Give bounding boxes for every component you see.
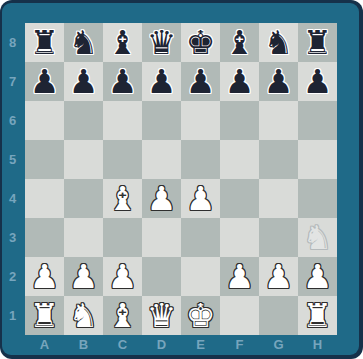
square-c2[interactable]: ♟: [103, 257, 142, 296]
piece-white-bishop[interactable]: ♝: [108, 296, 138, 335]
rank-labels: 87654321: [0, 23, 25, 335]
square-b8[interactable]: ♞: [64, 23, 103, 62]
square-a8[interactable]: ♜: [25, 23, 64, 62]
piece-black-queen[interactable]: ♛: [147, 23, 177, 62]
piece-black-pawn[interactable]: ♟: [186, 62, 216, 101]
piece-black-pawn[interactable]: ♟: [147, 62, 177, 101]
piece-black-bishop[interactable]: ♝: [225, 23, 255, 62]
piece-white-pawn[interactable]: ♟: [147, 179, 177, 218]
square-f5[interactable]: [220, 140, 259, 179]
square-h4[interactable]: [298, 179, 337, 218]
square-a7[interactable]: ♟: [25, 62, 64, 101]
square-h8[interactable]: ♜: [298, 23, 337, 62]
square-d6[interactable]: [142, 101, 181, 140]
square-d1[interactable]: ♛: [142, 296, 181, 335]
square-b4[interactable]: [64, 179, 103, 218]
piece-white-knight-ghost[interactable]: ♞: [303, 218, 333, 257]
square-b2[interactable]: ♟: [64, 257, 103, 296]
square-g1[interactable]: [259, 296, 298, 335]
square-a4[interactable]: [25, 179, 64, 218]
piece-white-pawn[interactable]: ♟: [30, 257, 60, 296]
rank-label-6: 6: [0, 101, 25, 140]
piece-white-rook[interactable]: ♜: [303, 296, 333, 335]
piece-black-knight[interactable]: ♞: [264, 23, 294, 62]
piece-black-pawn[interactable]: ♟: [69, 62, 99, 101]
square-f7[interactable]: ♟: [220, 62, 259, 101]
rank-label-1: 1: [0, 296, 25, 335]
square-e4[interactable]: ♟: [181, 179, 220, 218]
square-c6[interactable]: [103, 101, 142, 140]
piece-black-knight[interactable]: ♞: [69, 23, 99, 62]
square-g5[interactable]: [259, 140, 298, 179]
square-f1[interactable]: [220, 296, 259, 335]
square-h1[interactable]: ♜: [298, 296, 337, 335]
piece-black-rook[interactable]: ♜: [303, 23, 333, 62]
square-b3[interactable]: [64, 218, 103, 257]
square-c4[interactable]: ♝: [103, 179, 142, 218]
piece-white-pawn[interactable]: ♟: [69, 257, 99, 296]
square-c5[interactable]: [103, 140, 142, 179]
piece-black-pawn[interactable]: ♟: [30, 62, 60, 101]
file-labels: ABCDEFGH: [25, 335, 337, 357]
square-f8[interactable]: ♝: [220, 23, 259, 62]
rank-label-2: 2: [0, 257, 25, 296]
chess-board: ♜♞♝♛♚♝♞♜♟♟♟♟♟♟♟♟♝♟♟♞♟♟♟♟♟♟♜♞♝♛♚♜: [25, 23, 337, 335]
square-b7[interactable]: ♟: [64, 62, 103, 101]
piece-white-pawn[interactable]: ♟: [186, 179, 216, 218]
file-label-e: E: [181, 335, 220, 357]
square-g3[interactable]: [259, 218, 298, 257]
square-a1[interactable]: ♜: [25, 296, 64, 335]
square-e3[interactable]: [181, 218, 220, 257]
piece-black-pawn[interactable]: ♟: [225, 62, 255, 101]
square-c7[interactable]: ♟: [103, 62, 142, 101]
piece-black-pawn[interactable]: ♟: [264, 62, 294, 101]
piece-white-pawn[interactable]: ♟: [303, 257, 333, 296]
piece-white-king[interactable]: ♚: [186, 296, 216, 335]
rank-label-5: 5: [0, 140, 25, 179]
square-f6[interactable]: [220, 101, 259, 140]
square-d8[interactable]: ♛: [142, 23, 181, 62]
square-d3[interactable]: [142, 218, 181, 257]
piece-black-pawn[interactable]: ♟: [108, 62, 138, 101]
square-d4[interactable]: ♟: [142, 179, 181, 218]
square-b1[interactable]: ♞: [64, 296, 103, 335]
rank-label-4: 4: [0, 179, 25, 218]
square-e8[interactable]: ♚: [181, 23, 220, 62]
piece-white-knight[interactable]: ♞: [69, 296, 99, 335]
square-e5[interactable]: [181, 140, 220, 179]
piece-black-bishop[interactable]: ♝: [108, 23, 138, 62]
square-h5[interactable]: [298, 140, 337, 179]
piece-white-queen[interactable]: ♛: [147, 296, 177, 335]
rank-label-7: 7: [0, 62, 25, 101]
square-c8[interactable]: ♝: [103, 23, 142, 62]
square-b6[interactable]: [64, 101, 103, 140]
file-label-d: D: [142, 335, 181, 357]
square-g6[interactable]: [259, 101, 298, 140]
square-a3[interactable]: [25, 218, 64, 257]
square-c3[interactable]: [103, 218, 142, 257]
file-label-h: H: [298, 335, 337, 357]
square-a6[interactable]: [25, 101, 64, 140]
square-b5[interactable]: [64, 140, 103, 179]
square-h2[interactable]: ♟: [298, 257, 337, 296]
piece-black-king[interactable]: ♚: [186, 23, 216, 62]
square-c1[interactable]: ♝: [103, 296, 142, 335]
piece-white-rook[interactable]: ♜: [30, 296, 60, 335]
square-g2[interactable]: ♟: [259, 257, 298, 296]
piece-black-pawn[interactable]: ♟: [303, 62, 333, 101]
file-label-a: A: [25, 335, 64, 357]
square-d7[interactable]: ♟: [142, 62, 181, 101]
file-label-g: G: [259, 335, 298, 357]
square-h7[interactable]: ♟: [298, 62, 337, 101]
square-e1[interactable]: ♚: [181, 296, 220, 335]
file-label-c: C: [103, 335, 142, 357]
square-h3[interactable]: ♞: [298, 218, 337, 257]
file-label-b: B: [64, 335, 103, 357]
square-f3[interactable]: [220, 218, 259, 257]
square-d2[interactable]: [142, 257, 181, 296]
piece-black-rook[interactable]: ♜: [30, 23, 60, 62]
file-label-f: F: [220, 335, 259, 357]
square-f2[interactable]: ♟: [220, 257, 259, 296]
square-d5[interactable]: [142, 140, 181, 179]
piece-white-pawn[interactable]: ♟: [225, 257, 255, 296]
square-e7[interactable]: ♟: [181, 62, 220, 101]
square-a5[interactable]: [25, 140, 64, 179]
rank-label-3: 3: [0, 218, 25, 257]
chess-board-frame: 87654321 ABCDEFGH ♜♞♝♛♚♝♞♜♟♟♟♟♟♟♟♟♝♟♟♞♟♟…: [0, 0, 363, 359]
square-g8[interactable]: ♞: [259, 23, 298, 62]
square-a2[interactable]: ♟: [25, 257, 64, 296]
square-f4[interactable]: [220, 179, 259, 218]
square-g4[interactable]: [259, 179, 298, 218]
piece-white-pawn[interactable]: ♟: [108, 257, 138, 296]
square-h6[interactable]: [298, 101, 337, 140]
rank-label-8: 8: [0, 23, 25, 62]
square-g7[interactable]: ♟: [259, 62, 298, 101]
piece-white-pawn[interactable]: ♟: [264, 257, 294, 296]
square-e6[interactable]: [181, 101, 220, 140]
piece-white-bishop[interactable]: ♝: [108, 179, 138, 218]
square-e2[interactable]: [181, 257, 220, 296]
